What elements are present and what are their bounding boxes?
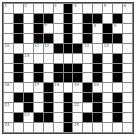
crossword-cell[interactable] [44,4,53,13]
crossword-black-cell [54,44,63,53]
crossword-cell[interactable]: 13 [83,44,92,53]
clue-number: 14 [104,44,109,49]
crossword-cell[interactable] [93,44,102,53]
crossword-cell[interactable] [14,103,23,112]
crossword-black-cell [113,64,122,73]
crossword-cell[interactable]: 4 [73,4,82,13]
crossword-cell[interactable] [54,54,63,63]
crossword-cell[interactable] [24,44,33,53]
crossword-cell[interactable] [44,64,53,73]
crossword-cell[interactable] [103,54,112,63]
crossword-cell[interactable] [4,14,13,23]
crossword-black-cell [83,24,92,33]
crossword-cell[interactable] [73,93,82,102]
crossword-cell[interactable]: 23 [24,113,33,122]
crossword-black-cell [113,54,122,63]
crossword-black-cell [64,113,73,122]
crossword-cell[interactable] [113,4,122,13]
crossword-cell[interactable] [4,24,13,33]
crossword-cell[interactable] [24,83,33,92]
clue-number: 10 [5,44,10,49]
crossword-black-cell [34,113,43,122]
crossword-black-cell [64,123,73,132]
crossword-cell[interactable] [103,123,112,132]
crossword-cell[interactable] [93,123,102,132]
clue-number: 20 [94,83,99,88]
crossword-cell[interactable] [54,14,63,23]
crossword-black-cell [64,103,73,112]
clue-number: 18 [54,83,59,88]
crossword-cell[interactable] [73,113,82,122]
crossword-cell[interactable] [103,83,112,92]
clue-number: 24 [5,123,10,128]
crossword-cell[interactable] [103,14,112,23]
clue-number: 7 [44,24,47,29]
crossword-cell[interactable]: 10 [4,44,13,53]
clue-number: 2 [24,4,27,9]
crossword-black-cell [54,73,63,82]
clue-number: 15 [24,54,29,59]
clue-number: 8 [94,24,97,29]
crossword-black-cell [44,103,53,112]
clue-number: 9 [114,24,117,29]
crossword-black-cell [64,93,73,102]
crossword-cell[interactable] [14,83,23,92]
crossword-black-cell [24,103,33,112]
crossword-black-cell [113,93,122,102]
crossword-cell[interactable] [44,54,53,63]
crossword-black-cell [44,14,53,23]
clue-number: 22 [74,103,79,108]
crossword-cell[interactable] [83,64,92,73]
clue-number: 4 [74,4,77,9]
crossword-cell[interactable] [34,93,43,102]
crossword-page: 1234567891011121314151617181920212223242… [0,0,140,140]
crossword-cell[interactable] [24,64,33,73]
crossword-cell[interactable] [123,113,132,122]
crossword-cell[interactable] [73,24,82,33]
crossword-cell[interactable] [4,34,13,43]
crossword-cell[interactable] [123,14,132,23]
crossword-cell[interactable] [123,54,132,63]
crossword-cell[interactable]: 16 [4,83,13,92]
crossword-black-cell [64,73,73,82]
crossword-black-cell [103,24,112,33]
crossword-cell[interactable] [64,83,73,92]
crossword-cell[interactable] [83,103,92,112]
crossword-cell[interactable] [24,24,33,33]
crossword-black-cell [34,24,43,33]
crossword-cell[interactable] [14,4,23,13]
crossword-black-cell [93,73,102,82]
crossword-black-cell [64,34,73,43]
clue-number: 23 [24,113,29,118]
crossword-cell[interactable] [93,4,102,13]
crossword-cell[interactable] [113,123,122,132]
crossword-cell[interactable] [4,54,13,63]
crossword-cell[interactable] [54,24,63,33]
crossword-cell[interactable] [103,113,112,122]
crossword-cell[interactable]: 6 [123,4,132,13]
crossword-black-cell [64,14,73,23]
crossword-cell[interactable] [4,64,13,73]
crossword-cell[interactable] [64,54,73,63]
crossword-cell[interactable] [34,4,43,13]
crossword-cell[interactable] [123,64,132,73]
crossword-black-cell [14,113,23,122]
crossword-cell[interactable]: 25 [73,123,82,132]
crossword-black-cell [44,34,53,43]
crossword-black-cell [14,14,23,23]
crossword-cell[interactable] [14,123,23,132]
crossword-cell[interactable]: 3 [54,4,63,13]
crossword-grid: 1234567891011121314151617181920212223242… [2,2,134,134]
crossword-cell[interactable] [34,103,43,112]
crossword-cell[interactable] [24,14,33,23]
crossword-cell[interactable] [24,123,33,132]
crossword-black-cell [14,24,23,33]
crossword-black-cell [93,93,102,102]
crossword-cell[interactable] [73,14,82,23]
crossword-cell[interactable]: 21 [4,103,13,112]
crossword-black-cell [93,14,102,23]
crossword-black-cell [73,44,82,53]
crossword-cell[interactable]: 2 [24,4,33,13]
crossword-black-cell [113,14,122,23]
crossword-black-cell [73,64,82,73]
crossword-black-cell [14,54,23,63]
crossword-cell[interactable]: 11 [34,44,43,53]
crossword-cell[interactable] [4,93,13,102]
crossword-black-cell [113,73,122,82]
crossword-cell[interactable]: 19 [73,83,82,92]
crossword-black-cell [14,64,23,73]
crossword-cell[interactable] [83,4,92,13]
crossword-black-cell [113,34,122,43]
crossword-black-cell [54,64,63,73]
crossword-black-cell [103,34,112,43]
crossword-cell[interactable]: 5 [103,4,112,13]
crossword-black-cell [44,83,53,92]
clue-number: 6 [124,4,127,9]
crossword-cell[interactable] [113,83,122,92]
crossword-black-cell [44,113,53,122]
crossword-cell[interactable]: 18 [54,83,63,92]
clue-number: 21 [5,103,10,108]
clue-number: 5 [104,4,107,9]
crossword-cell[interactable] [24,34,33,43]
crossword-black-cell [83,83,92,92]
crossword-cell[interactable]: 22 [73,103,82,112]
clue-number: 1 [5,4,8,9]
crossword-cell[interactable] [54,113,63,122]
clue-number: 12 [44,44,49,49]
clue-number: 13 [84,44,89,49]
crossword-cell[interactable] [123,123,132,132]
clue-number: 16 [5,83,10,88]
crossword-cell[interactable] [54,34,63,43]
crossword-black-cell [83,34,92,43]
crossword-black-cell [64,44,73,53]
crossword-cell[interactable]: 8 [93,24,102,33]
crossword-cell[interactable] [73,54,82,63]
crossword-cell[interactable] [24,73,33,82]
crossword-cell[interactable] [14,44,23,53]
crossword-cell[interactable] [93,34,102,43]
crossword-cell[interactable] [103,93,112,102]
crossword-cell[interactable] [123,34,132,43]
crossword-cell[interactable] [44,123,53,132]
crossword-black-cell [113,103,122,112]
crossword-cell[interactable]: 15 [24,54,33,63]
crossword-black-cell [14,93,23,102]
crossword-black-cell [14,34,23,43]
clue-number: 19 [74,83,79,88]
crossword-cell[interactable]: 24 [4,123,13,132]
crossword-cell[interactable]: 17 [34,83,43,92]
crossword-cell[interactable]: 14 [103,44,112,53]
crossword-black-cell [93,113,102,122]
crossword-cell[interactable] [113,44,122,53]
crossword-cell[interactable] [123,24,132,33]
crossword-black-cell [93,64,102,73]
crossword-cell[interactable] [83,123,92,132]
crossword-black-cell [83,93,92,102]
crossword-cell[interactable] [44,73,53,82]
crossword-black-cell [44,93,53,102]
crossword-black-cell [34,34,43,43]
crossword-black-cell [93,103,102,112]
crossword-cell[interactable] [34,123,43,132]
crossword-black-cell [24,93,33,102]
crossword-black-cell [83,14,92,23]
crossword-cell[interactable] [83,73,92,82]
crossword-black-cell [14,73,23,82]
crossword-black-cell [73,73,82,82]
crossword-black-cell [64,24,73,33]
crossword-cell[interactable] [103,64,112,73]
crossword-cell[interactable] [123,83,132,92]
crossword-cell[interactable] [54,103,63,112]
crossword-cell[interactable] [54,123,63,132]
crossword-black-cell [83,113,92,122]
crossword-black-cell [34,73,43,82]
crossword-cell[interactable] [4,113,13,122]
crossword-black-cell [64,4,73,13]
crossword-cell[interactable] [103,73,112,82]
crossword-cell[interactable] [34,54,43,63]
crossword-cell[interactable] [83,54,92,63]
crossword-cell[interactable] [123,103,132,112]
crossword-cell[interactable]: 12 [44,44,53,53]
crossword-cell[interactable] [103,103,112,112]
clue-number: 17 [34,83,39,88]
crossword-cell[interactable] [123,73,132,82]
crossword-black-cell [64,64,73,73]
clue-number: 11 [34,44,39,49]
crossword-black-cell [34,64,43,73]
crossword-black-cell [93,54,102,63]
clue-number: 3 [54,4,57,9]
clue-number: 25 [74,123,79,128]
crossword-cell[interactable] [73,34,82,43]
crossword-cell[interactable] [4,73,13,82]
crossword-cell[interactable] [123,93,132,102]
crossword-cell[interactable] [54,93,63,102]
crossword-black-cell [113,113,122,122]
crossword-cell[interactable]: 7 [44,24,53,33]
crossword-cell[interactable] [123,44,132,53]
crossword-cell[interactable]: 20 [93,83,102,92]
crossword-cell[interactable]: 1 [4,4,13,13]
crossword-cell[interactable]: 9 [113,24,122,33]
crossword-black-cell [34,14,43,23]
